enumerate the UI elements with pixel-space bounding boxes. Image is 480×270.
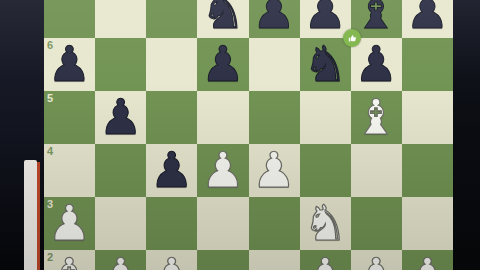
square-h3[interactable] [402, 197, 453, 250]
square-e5[interactable] [249, 91, 300, 144]
square-h5[interactable] [402, 91, 453, 144]
black-pawn-a6[interactable]: ♟ [44, 38, 95, 91]
black-pawn-b5[interactable]: ♟ [95, 91, 146, 144]
square-b6[interactable] [95, 38, 146, 91]
good-move-badge [343, 29, 361, 47]
square-f7[interactable]: ♟ [300, 0, 351, 38]
chess-board[interactable]: 7♞♟♟♝♟6♟♟♞♟5♟♝4♟♟♟3♟♞2♝♟♟♟♟♟ [44, 0, 453, 270]
black-pawn-e7[interactable]: ♟ [249, 0, 300, 38]
square-f2[interactable]: ♟ [300, 250, 351, 270]
square-d4[interactable]: ♟ [197, 144, 248, 197]
rank-label-5: 5 [47, 92, 53, 104]
white-pawn-e4[interactable]: ♟ [249, 144, 300, 197]
eval-bar-accent [37, 162, 40, 270]
square-d5[interactable] [197, 91, 248, 144]
square-a5[interactable]: 5 [44, 91, 95, 144]
square-a3[interactable]: 3♟ [44, 197, 95, 250]
white-pawn-g2[interactable]: ♟ [351, 250, 402, 270]
black-pawn-d6[interactable]: ♟ [197, 38, 248, 91]
square-g3[interactable] [351, 197, 402, 250]
square-c5[interactable] [146, 91, 197, 144]
white-bishop-g5[interactable]: ♝ [351, 91, 402, 144]
square-g4[interactable] [351, 144, 402, 197]
square-d2[interactable] [197, 250, 248, 270]
square-f4[interactable] [300, 144, 351, 197]
square-f6[interactable]: ♞ [300, 38, 351, 91]
square-d3[interactable] [197, 197, 248, 250]
square-h6[interactable] [402, 38, 453, 91]
square-h7[interactable]: ♟ [402, 0, 453, 38]
square-e3[interactable] [249, 197, 300, 250]
square-a2[interactable]: 2♝ [44, 250, 95, 270]
white-pawn-h2[interactable]: ♟ [402, 250, 453, 270]
square-h2[interactable]: ♟ [402, 250, 453, 270]
black-pawn-h7[interactable]: ♟ [402, 0, 453, 38]
square-d6[interactable]: ♟ [197, 38, 248, 91]
eval-bar [24, 160, 37, 270]
black-pawn-g6[interactable]: ♟ [351, 38, 402, 91]
square-b3[interactable] [95, 197, 146, 250]
white-pawn-d4[interactable]: ♟ [197, 144, 248, 197]
black-knight-d7[interactable]: ♞ [197, 0, 248, 38]
square-f5[interactable] [300, 91, 351, 144]
black-pawn-c4[interactable]: ♟ [146, 144, 197, 197]
square-e4[interactable]: ♟ [249, 144, 300, 197]
black-pawn-f7[interactable]: ♟ [300, 0, 351, 38]
square-e2[interactable] [249, 250, 300, 270]
square-c7[interactable] [146, 0, 197, 38]
white-pawn-a3[interactable]: ♟ [44, 197, 95, 250]
white-pawn-c2[interactable]: ♟ [146, 250, 197, 270]
square-d7[interactable]: ♞ [197, 0, 248, 38]
square-b5[interactable]: ♟ [95, 91, 146, 144]
square-c6[interactable] [146, 38, 197, 91]
rank-label-4: 4 [47, 145, 53, 157]
square-g2[interactable]: ♟ [351, 250, 402, 270]
white-pawn-b2[interactable]: ♟ [95, 250, 146, 270]
square-c2[interactable]: ♟ [146, 250, 197, 270]
square-c4[interactable]: ♟ [146, 144, 197, 197]
thumbs-up-icon [346, 32, 359, 45]
square-a4[interactable]: 4 [44, 144, 95, 197]
square-g5[interactable]: ♝ [351, 91, 402, 144]
white-bishop-a2[interactable]: ♝ [44, 250, 95, 270]
square-b7[interactable] [95, 0, 146, 38]
square-b2[interactable]: ♟ [95, 250, 146, 270]
square-e7[interactable]: ♟ [249, 0, 300, 38]
black-knight-f6[interactable]: ♞ [300, 38, 351, 91]
square-c3[interactable] [146, 197, 197, 250]
square-e6[interactable] [249, 38, 300, 91]
square-b4[interactable] [95, 144, 146, 197]
white-pawn-f2[interactable]: ♟ [300, 250, 351, 270]
square-g6[interactable]: ♟ [351, 38, 402, 91]
square-f3[interactable]: ♞ [300, 197, 351, 250]
square-h4[interactable] [402, 144, 453, 197]
square-a6[interactable]: 6♟ [44, 38, 95, 91]
right-background-strip [453, 0, 480, 270]
white-knight-f3[interactable]: ♞ [300, 197, 351, 250]
square-a7[interactable]: 7 [44, 0, 95, 38]
